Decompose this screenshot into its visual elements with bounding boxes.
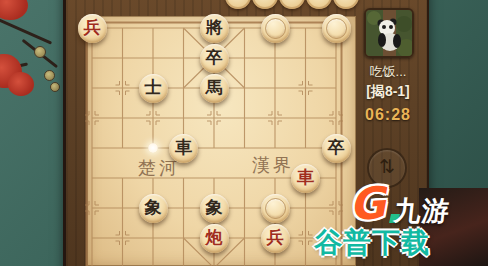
blossom-bud: [44, 70, 55, 81]
piece-black-車[interactable]: 車: [169, 134, 198, 163]
puzzle-tag: [揭8-1]: [356, 83, 420, 101]
move-indicator-dot[interactable]: [148, 143, 158, 153]
piece-character: 馬: [206, 79, 223, 96]
piece-character: 車: [297, 169, 314, 186]
piece-black-將[interactable]: 將: [200, 14, 229, 43]
piece-black-士[interactable]: 士: [139, 74, 168, 103]
piece-black-馬[interactable]: 馬: [200, 74, 229, 103]
panda-avatar-image: [366, 10, 412, 56]
hidden-piece[interactable]: [322, 14, 351, 43]
piece-black-象[interactable]: 象: [139, 194, 168, 223]
piece-character: 士: [145, 79, 162, 96]
blossom-flower: [8, 72, 34, 96]
game-screen: 楚河 漢界 兵將卒士馬車卒車象象炮兵 吃饭...: [0, 0, 488, 266]
piece-black-卒[interactable]: 卒: [200, 44, 229, 73]
hidden-piece[interactable]: [261, 14, 290, 43]
hidden-piece[interactable]: [261, 194, 290, 223]
piece-character: 將: [206, 19, 223, 36]
piece-character: 兵: [267, 229, 284, 246]
player-avatar[interactable]: [364, 8, 414, 58]
piece-character: 兵: [84, 19, 101, 36]
blossom-flower: [0, 0, 28, 20]
piece-character: 象: [206, 199, 223, 216]
piece-character: 卒: [328, 139, 345, 156]
piece-red-車[interactable]: 車: [291, 164, 320, 193]
piece-character: 炮: [206, 229, 223, 246]
flip-arrows-icon: ⇅: [379, 156, 395, 177]
piece-red-兵[interactable]: 兵: [261, 224, 290, 253]
piece-character: 象: [145, 199, 162, 216]
piece-black-象[interactable]: 象: [200, 194, 229, 223]
gupu-download-watermark: 谷普下载: [314, 224, 430, 262]
piece-character: 車: [175, 139, 192, 156]
blossom-bud: [34, 46, 46, 58]
jiuyou-logo-icon: G: [347, 177, 387, 230]
piece-character: 卒: [206, 49, 223, 66]
piece-black-卒[interactable]: 卒: [322, 134, 351, 163]
plum-blossom-decoration: [0, 0, 66, 266]
piece-red-兵[interactable]: 兵: [78, 14, 107, 43]
player-name: 吃饭...: [356, 63, 420, 81]
piece-red-炮[interactable]: 炮: [200, 224, 229, 253]
blossom-bud: [50, 82, 60, 92]
move-timer: 06:28: [356, 106, 420, 124]
